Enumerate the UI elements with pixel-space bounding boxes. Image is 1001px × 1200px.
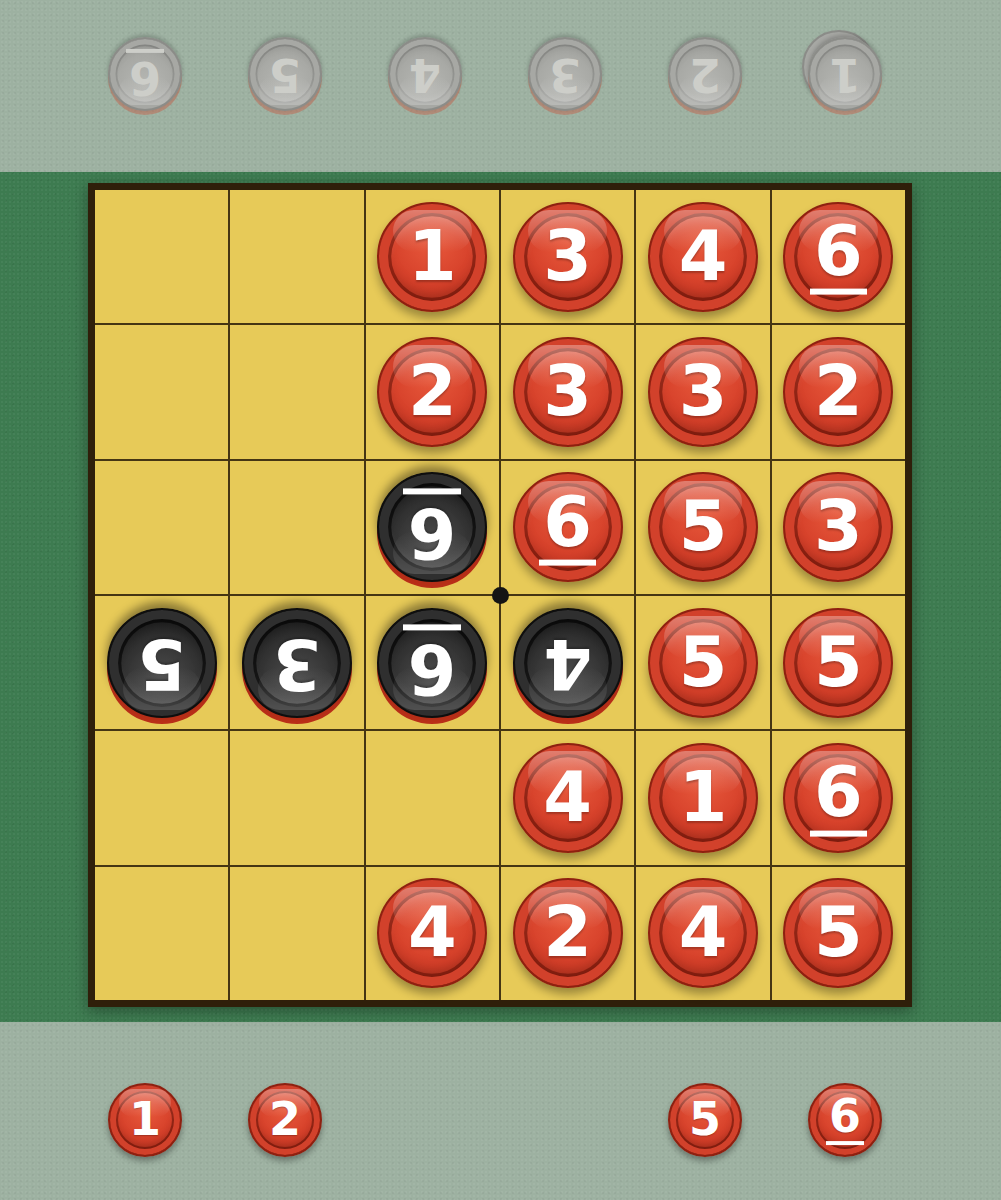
chip-face: 1 <box>108 1083 182 1157</box>
chip-face: 3 <box>648 337 758 447</box>
chip-face: 5 <box>648 472 758 582</box>
chip-face: 6 <box>377 472 487 582</box>
cell-r5c4[interactable]: 4 <box>501 731 634 864</box>
chip-face: 2 <box>668 37 742 111</box>
chip-face: 6 <box>783 202 893 312</box>
chip-number: 2 <box>543 897 592 967</box>
chip-face: 2 <box>783 337 893 447</box>
cell-r1c3[interactable]: 1 <box>366 190 499 323</box>
chip-face: 4 <box>648 878 758 988</box>
chip-face: 5 <box>783 878 893 988</box>
cell-r6c6[interactable]: 5 <box>772 867 905 1000</box>
cell-r4c6[interactable]: 5 <box>772 596 905 729</box>
chip-number: 4 <box>679 897 728 967</box>
chip-face: 5 <box>248 37 322 111</box>
chip-face: 3 <box>528 37 602 111</box>
chip-red-4[interactable]: 4 <box>513 743 623 853</box>
chip-face: 4 <box>388 37 462 111</box>
player-chip-tray: 1256 <box>108 1083 882 1157</box>
chip-face: 4 <box>513 608 623 718</box>
chip-face: 6 <box>808 1083 882 1157</box>
chip-face: 6 <box>783 743 893 853</box>
cell-r2c3[interactable]: 2 <box>366 325 499 458</box>
cell-r3c1[interactable] <box>95 461 228 594</box>
chip-number: 2 <box>269 1096 301 1142</box>
chip-number: 1 <box>679 762 728 832</box>
chip-number: 5 <box>679 491 728 561</box>
chip-ghost-3: 3 <box>528 37 602 111</box>
cell-r1c4[interactable]: 3 <box>501 190 634 323</box>
chip-red-2[interactable]: 2 <box>513 878 623 988</box>
chip-red-1[interactable]: 1 <box>377 202 487 312</box>
chip-face: 3 <box>513 202 623 312</box>
chip-black-6[interactable]: 6 <box>377 472 487 582</box>
chip-black-3[interactable]: 3 <box>242 608 352 718</box>
chip-red-2[interactable]: 2 <box>248 1083 322 1157</box>
opponent-tray-slot-4: 3 <box>528 37 602 111</box>
chip-number: 6 <box>404 489 461 568</box>
chip-red-6[interactable]: 6 <box>808 1083 882 1157</box>
chip-number: 6 <box>539 486 596 565</box>
chip-face: 3 <box>513 337 623 447</box>
opponent-tray-slot-3: 4 <box>388 37 462 111</box>
player-tray-slot-1[interactable]: 1 <box>108 1083 182 1157</box>
chip-number: 3 <box>679 356 728 426</box>
chip-number: 2 <box>408 356 457 426</box>
chip-face: 3 <box>242 608 352 718</box>
chip-number: 3 <box>273 629 322 699</box>
chip-red-5[interactable]: 5 <box>648 608 758 718</box>
chip-red-6[interactable]: 6 <box>513 472 623 582</box>
cell-r1c1[interactable] <box>95 190 228 323</box>
chip-number: 4 <box>408 897 457 967</box>
chip-number: 6 <box>826 1093 864 1145</box>
chip-face: 6 <box>108 37 182 111</box>
opponent-chip-tray: 654321 <box>108 37 882 111</box>
cell-r2c6[interactable]: 2 <box>772 325 905 458</box>
chip-face: 3 <box>783 472 893 582</box>
chip-number: 5 <box>689 1096 721 1142</box>
player-tray-slot-6[interactable]: 6 <box>808 1083 882 1157</box>
cell-r1c2[interactable] <box>230 190 363 323</box>
chip-red-1[interactable]: 1 <box>648 743 758 853</box>
cell-r4c2[interactable]: 3 <box>230 596 363 729</box>
chip-red-3[interactable]: 3 <box>513 202 623 312</box>
chip-red-5[interactable]: 5 <box>668 1083 742 1157</box>
chip-black-4[interactable]: 4 <box>513 608 623 718</box>
chip-face: 1 <box>808 37 882 111</box>
chip-face: 6 <box>377 608 487 718</box>
chip-red-1[interactable]: 1 <box>108 1083 182 1157</box>
cell-r6c4[interactable]: 2 <box>501 867 634 1000</box>
chip-number: 6 <box>404 624 461 703</box>
chip-red-5[interactable]: 5 <box>783 878 893 988</box>
cell-r4c5[interactable]: 5 <box>636 596 769 729</box>
chip-face: 2 <box>377 337 487 447</box>
chip-number: 4 <box>679 220 728 290</box>
chip-number: 4 <box>543 762 592 832</box>
chip-face: 5 <box>668 1083 742 1157</box>
chip-number: 4 <box>543 629 592 699</box>
cell-r3c3[interactable]: 6 <box>366 461 499 594</box>
cell-r2c5[interactable]: 3 <box>636 325 769 458</box>
opponent-tray-slot-6: 1 <box>808 37 882 111</box>
cell-r5c5[interactable]: 1 <box>636 731 769 864</box>
chip-red-3[interactable]: 3 <box>513 337 623 447</box>
chip-ghost-2: 2 <box>668 37 742 111</box>
chip-number: 2 <box>814 356 863 426</box>
chip-ghost-1: 1 <box>808 37 882 111</box>
chip-number: 6 <box>810 757 867 836</box>
cell-r3c5[interactable]: 5 <box>636 461 769 594</box>
player-tray-slot-4 <box>528 1083 602 1157</box>
chip-red-2[interactable]: 2 <box>377 337 487 447</box>
chip-number: 4 <box>409 52 441 98</box>
chip-number: 1 <box>408 220 457 290</box>
chip-red-4[interactable]: 4 <box>648 878 758 988</box>
chip-face: 2 <box>248 1083 322 1157</box>
cell-r4c3[interactable]: 6 <box>366 596 499 729</box>
chip-number: 1 <box>129 1096 161 1142</box>
cell-r6c2[interactable] <box>230 867 363 1000</box>
chip-face: 4 <box>648 202 758 312</box>
chip-face: 5 <box>107 608 217 718</box>
opponent-tray-slot-1: 6 <box>108 37 182 111</box>
chip-number: 5 <box>814 897 863 967</box>
chip-number: 5 <box>814 626 863 696</box>
chip-face: 2 <box>513 878 623 988</box>
cell-r1c5[interactable]: 4 <box>636 190 769 323</box>
chip-red-3[interactable]: 3 <box>648 337 758 447</box>
chip-red-6[interactable]: 6 <box>783 202 893 312</box>
chip-number: 3 <box>543 220 592 290</box>
cell-r5c1[interactable] <box>95 731 228 864</box>
chip-ghost-5: 5 <box>248 37 322 111</box>
chip-number: 6 <box>810 216 867 295</box>
cell-r2c2[interactable] <box>230 325 363 458</box>
game-board: 1346233266535364554164245 <box>88 183 912 1007</box>
player-tray-slot-5[interactable]: 5 <box>668 1083 742 1157</box>
chip-face: 1 <box>377 202 487 312</box>
chip-number: 3 <box>814 491 863 561</box>
chip-black-6[interactable]: 6 <box>377 608 487 718</box>
cell-r6c5[interactable]: 4 <box>636 867 769 1000</box>
cell-r5c3[interactable] <box>366 731 499 864</box>
cell-r2c1[interactable] <box>95 325 228 458</box>
chip-number: 5 <box>269 52 301 98</box>
cell-r5c2[interactable] <box>230 731 363 864</box>
cell-r1c6[interactable]: 6 <box>772 190 905 323</box>
chip-red-4[interactable]: 4 <box>377 878 487 988</box>
chip-number: 3 <box>543 356 592 426</box>
cell-r6c1[interactable] <box>95 867 228 1000</box>
chip-red-6[interactable]: 6 <box>783 743 893 853</box>
chip-red-5[interactable]: 5 <box>648 472 758 582</box>
chip-face: 6 <box>513 472 623 582</box>
chip-face: 4 <box>377 878 487 988</box>
player-tray-band: 1256 <box>0 1022 1001 1200</box>
cell-r4c1[interactable]: 5 <box>95 596 228 729</box>
player-tray-slot-2[interactable]: 2 <box>248 1083 322 1157</box>
chip-black-5[interactable]: 5 <box>107 608 217 718</box>
cell-r6c3[interactable]: 4 <box>366 867 499 1000</box>
opponent-tray-band: 654321 <box>0 0 1001 172</box>
cell-r5c6[interactable]: 6 <box>772 731 905 864</box>
chip-number: 3 <box>549 52 581 98</box>
chip-number: 6 <box>126 49 164 101</box>
chip-face: 5 <box>648 608 758 718</box>
chip-face: 4 <box>513 743 623 853</box>
cell-r4c4[interactable]: 4 <box>501 596 634 729</box>
chip-red-5[interactable]: 5 <box>783 608 893 718</box>
chip-number: 5 <box>679 626 728 696</box>
cell-r3c6[interactable]: 3 <box>772 461 905 594</box>
cell-r3c4[interactable]: 6 <box>501 461 634 594</box>
player-tray-slot-3 <box>388 1083 462 1157</box>
chip-face: 1 <box>648 743 758 853</box>
chip-number: 5 <box>137 629 186 699</box>
chip-red-2[interactable]: 2 <box>783 337 893 447</box>
center-marker <box>492 587 509 604</box>
chip-red-3[interactable]: 3 <box>783 472 893 582</box>
game-screen: 654321 1256 1346233266535364554164245 <box>0 0 1001 1200</box>
opponent-tray-slot-5: 2 <box>668 37 742 111</box>
chip-number: 2 <box>689 52 721 98</box>
chip-face: 5 <box>783 608 893 718</box>
chip-number: 1 <box>829 52 861 98</box>
opponent-tray-slot-2: 5 <box>248 37 322 111</box>
cell-r3c2[interactable] <box>230 461 363 594</box>
chip-red-4[interactable]: 4 <box>648 202 758 312</box>
chip-ghost-6: 6 <box>108 37 182 111</box>
cell-r2c4[interactable]: 3 <box>501 325 634 458</box>
chip-ghost-4: 4 <box>388 37 462 111</box>
